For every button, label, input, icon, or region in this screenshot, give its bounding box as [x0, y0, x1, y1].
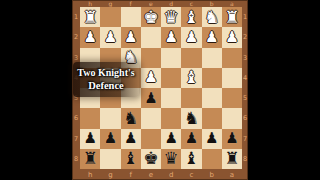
- square-g2[interactable]: ♟: [100, 27, 120, 47]
- square-d5[interactable]: [161, 88, 181, 108]
- white-pawn[interactable]: ♟: [83, 29, 96, 44]
- square-d3[interactable]: [161, 48, 181, 68]
- black-pawn[interactable]: ♟: [205, 131, 218, 146]
- square-g7[interactable]: ♟: [100, 129, 120, 149]
- square-b5[interactable]: [202, 88, 222, 108]
- coord-label-2: 2: [242, 27, 248, 47]
- square-d4[interactable]: [161, 68, 181, 88]
- black-rook[interactable]: ♜: [224, 150, 239, 167]
- coord-label-b: b: [202, 169, 222, 180]
- square-f6[interactable]: ♞: [121, 108, 141, 128]
- white-bishop[interactable]: ♝: [184, 8, 199, 25]
- black-knight[interactable]: ♞: [123, 109, 138, 126]
- coord-label-1: 1: [72, 7, 80, 27]
- coord-label-2: 2: [72, 27, 80, 47]
- square-f7[interactable]: ♟: [121, 129, 141, 149]
- square-b4[interactable]: [202, 68, 222, 88]
- white-pawn[interactable]: ♟: [164, 29, 177, 44]
- square-e2[interactable]: [141, 27, 161, 47]
- square-a5[interactable]: [222, 88, 242, 108]
- square-c5[interactable]: [181, 88, 201, 108]
- black-bishop[interactable]: ♝: [184, 150, 199, 167]
- coord-label-f: f: [121, 169, 141, 180]
- file-labels-top: hgfedcba: [80, 0, 242, 7]
- coord-label-d: d: [161, 169, 181, 180]
- square-e6[interactable]: [141, 108, 161, 128]
- opening-name-overlay: Two Knight's Defence: [73, 62, 139, 97]
- white-bishop[interactable]: ♝: [184, 69, 199, 86]
- square-h1[interactable]: ♜: [80, 7, 100, 27]
- square-a2[interactable]: ♟: [222, 27, 242, 47]
- rank-labels-right: 12345678: [242, 7, 248, 169]
- square-b8[interactable]: [202, 149, 222, 169]
- black-pawn[interactable]: ♟: [144, 90, 157, 105]
- square-c2[interactable]: ♟: [181, 27, 201, 47]
- square-b7[interactable]: ♟: [202, 129, 222, 149]
- square-h6[interactable]: [80, 108, 100, 128]
- square-a3[interactable]: [222, 48, 242, 68]
- square-e4[interactable]: ♟: [141, 68, 161, 88]
- black-pawn[interactable]: ♟: [124, 131, 137, 146]
- square-c3[interactable]: [181, 48, 201, 68]
- square-e3[interactable]: [141, 48, 161, 68]
- square-h7[interactable]: ♟: [80, 129, 100, 149]
- square-f2[interactable]: ♟: [121, 27, 141, 47]
- black-bishop[interactable]: ♝: [123, 150, 138, 167]
- black-pawn[interactable]: ♟: [104, 131, 117, 146]
- square-c4[interactable]: ♝: [181, 68, 201, 88]
- white-rook[interactable]: ♜: [83, 8, 98, 25]
- square-a7[interactable]: ♟: [222, 129, 242, 149]
- square-a4[interactable]: [222, 68, 242, 88]
- coord-label-g: g: [100, 0, 120, 7]
- square-b2[interactable]: ♟: [202, 27, 222, 47]
- square-b3[interactable]: [202, 48, 222, 68]
- coord-label-c: c: [181, 169, 201, 180]
- coord-label-e: e: [141, 169, 161, 180]
- square-e1[interactable]: ♚: [141, 7, 161, 27]
- square-c7[interactable]: ♟: [181, 129, 201, 149]
- coord-label-h: h: [80, 169, 100, 180]
- white-pawn[interactable]: ♟: [225, 29, 238, 44]
- coord-label-5: 5: [242, 88, 248, 108]
- square-g1[interactable]: [100, 7, 120, 27]
- coord-label-e: e: [141, 0, 161, 7]
- black-pawn[interactable]: ♟: [185, 131, 198, 146]
- square-b1[interactable]: ♞: [202, 7, 222, 27]
- black-pawn[interactable]: ♟: [164, 131, 177, 146]
- black-pawn[interactable]: ♟: [83, 131, 96, 146]
- square-c6[interactable]: ♞: [181, 108, 201, 128]
- coord-label-b: b: [202, 0, 222, 7]
- coord-label-3: 3: [242, 48, 248, 68]
- black-rook[interactable]: ♜: [83, 150, 98, 167]
- white-queen[interactable]: ♛: [164, 8, 179, 25]
- coord-label-c: c: [181, 0, 201, 7]
- square-a6[interactable]: [222, 108, 242, 128]
- square-d8[interactable]: ♛: [161, 149, 181, 169]
- square-a1[interactable]: ♜: [222, 7, 242, 27]
- white-pawn[interactable]: ♟: [104, 29, 117, 44]
- file-labels-bottom: hgfedcba: [80, 169, 242, 180]
- white-pawn[interactable]: ♟: [205, 29, 218, 44]
- square-d1[interactable]: ♛: [161, 7, 181, 27]
- white-king[interactable]: ♚: [143, 8, 158, 25]
- coord-label-6: 6: [72, 108, 80, 128]
- white-pawn[interactable]: ♟: [144, 70, 157, 85]
- square-d7[interactable]: ♟: [161, 129, 181, 149]
- black-queen[interactable]: ♛: [164, 150, 179, 167]
- opening-name-line1: Two Knight's: [77, 67, 134, 79]
- coord-label-4: 4: [242, 68, 248, 88]
- square-e7[interactable]: [141, 129, 161, 149]
- square-g6[interactable]: [100, 108, 120, 128]
- white-pawn[interactable]: ♟: [185, 29, 198, 44]
- black-king[interactable]: ♚: [143, 150, 158, 167]
- opening-name-line2: Defence: [88, 79, 124, 92]
- square-b6[interactable]: [202, 108, 222, 128]
- coord-label-a: a: [222, 169, 242, 180]
- square-d6[interactable]: [161, 108, 181, 128]
- white-knight[interactable]: ♞: [204, 8, 219, 25]
- coord-label-f: f: [121, 0, 141, 7]
- white-pawn[interactable]: ♟: [124, 29, 137, 44]
- white-rook[interactable]: ♜: [224, 8, 239, 25]
- coord-label-8: 8: [242, 149, 248, 169]
- coord-label-6: 6: [242, 108, 248, 128]
- square-f8[interactable]: ♝: [121, 149, 141, 169]
- black-pawn[interactable]: ♟: [225, 131, 238, 146]
- square-f1[interactable]: [121, 7, 141, 27]
- square-c1[interactable]: ♝: [181, 7, 201, 27]
- square-h2[interactable]: ♟: [80, 27, 100, 47]
- square-a8[interactable]: ♜: [222, 149, 242, 169]
- coord-label-7: 7: [72, 129, 80, 149]
- square-e5[interactable]: ♟: [141, 88, 161, 108]
- black-knight[interactable]: ♞: [184, 109, 199, 126]
- coord-label-h: h: [80, 0, 100, 7]
- coord-label-a: a: [222, 0, 242, 7]
- square-d2[interactable]: ♟: [161, 27, 181, 47]
- coord-label-8: 8: [72, 149, 80, 169]
- square-e8[interactable]: ♚: [141, 149, 161, 169]
- coord-label-d: d: [161, 0, 181, 7]
- coord-label-7: 7: [242, 129, 248, 149]
- square-h8[interactable]: ♜: [80, 149, 100, 169]
- coord-label-1: 1: [242, 7, 248, 27]
- coord-label-g: g: [100, 169, 120, 180]
- square-c8[interactable]: ♝: [181, 149, 201, 169]
- square-g8[interactable]: [100, 149, 120, 169]
- video-frame: hgfedcba hgfedcba 12345678 12345678 ♜♚♛♝…: [0, 0, 320, 180]
